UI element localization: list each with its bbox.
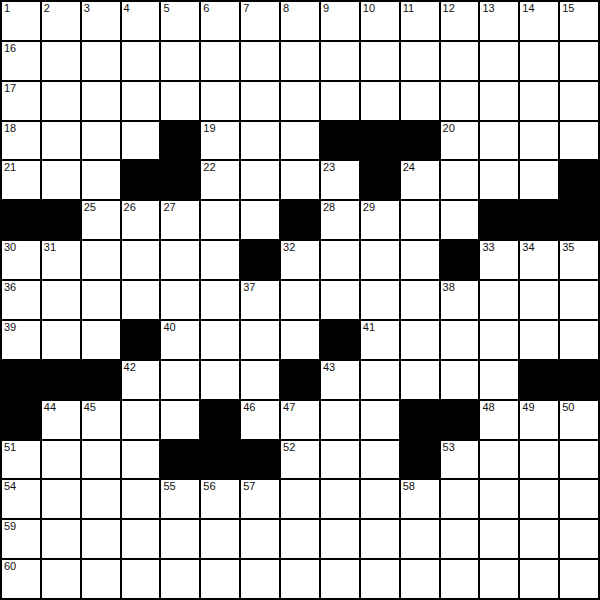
cell-r7c15[interactable]: 35 [560, 241, 598, 279]
cell-r3c3[interactable] [82, 82, 120, 120]
cell-r14c6[interactable] [201, 520, 239, 558]
cell-r12c3[interactable] [82, 441, 120, 479]
cell-r14c1[interactable]: 59 [2, 520, 40, 558]
clue-number: 22 [203, 161, 215, 174]
cell-r3c15[interactable] [560, 82, 598, 120]
cell-r5c3[interactable] [82, 161, 120, 199]
cell-r11c5[interactable] [161, 401, 199, 439]
clue-number: 4 [124, 2, 130, 15]
cell-r1c5[interactable]: 5 [161, 2, 199, 40]
block-cell-r12c5 [161, 441, 199, 479]
cell-r8c12[interactable]: 38 [441, 281, 479, 319]
clue-number: 60 [4, 560, 16, 573]
cell-r15c6[interactable] [201, 560, 239, 598]
clue-number: 26 [124, 201, 136, 214]
block-cell-r4c10 [361, 122, 399, 160]
cell-r12c9[interactable] [321, 441, 359, 479]
cell-r3c11[interactable] [401, 82, 439, 120]
cell-r8c4[interactable] [122, 281, 160, 319]
cell-r7c14[interactable]: 34 [520, 241, 558, 279]
clue-number: 8 [283, 2, 289, 15]
cell-r10c13[interactable] [480, 361, 518, 399]
cell-r1c9[interactable]: 9 [321, 2, 359, 40]
clue-number: 13 [482, 2, 494, 15]
clue-number: 5 [163, 2, 169, 15]
cell-r4c3[interactable] [82, 122, 120, 160]
cell-r9c10[interactable]: 41 [361, 321, 399, 359]
cell-r10c11[interactable] [401, 361, 439, 399]
cell-r3c4[interactable] [122, 82, 160, 120]
cell-r13c7[interactable]: 57 [241, 480, 279, 518]
cell-r3c14[interactable] [520, 82, 558, 120]
clue-number: 47 [283, 401, 295, 414]
cell-r5c11[interactable]: 24 [401, 161, 439, 199]
cell-r15c13[interactable] [480, 560, 518, 598]
cell-r7c4[interactable] [122, 241, 160, 279]
cell-r4c1[interactable]: 18 [2, 122, 40, 160]
cell-r4c8[interactable] [281, 122, 319, 160]
block-cell-r6c8 [281, 201, 319, 239]
block-cell-r4c5 [161, 122, 199, 160]
block-cell-r10c3 [82, 361, 120, 399]
block-cell-r5c10 [361, 161, 399, 199]
cell-r7c3[interactable] [82, 241, 120, 279]
clue-number: 17 [4, 82, 16, 95]
block-cell-r10c1 [2, 361, 40, 399]
cell-r2c2[interactable] [42, 42, 80, 80]
clue-number: 48 [482, 401, 494, 414]
cell-r8c1[interactable]: 36 [2, 281, 40, 319]
cell-r7c6[interactable] [201, 241, 239, 279]
clue-number: 35 [562, 241, 574, 254]
clue-number: 19 [203, 122, 215, 135]
block-cell-r5c5 [161, 161, 199, 199]
clue-number: 7 [243, 2, 249, 15]
cell-r2c1[interactable]: 16 [2, 42, 40, 80]
cell-r6c12[interactable] [441, 201, 479, 239]
clue-number: 54 [4, 480, 16, 493]
clue-number: 3 [84, 2, 90, 15]
block-cell-r6c13 [480, 201, 518, 239]
cell-r1c2[interactable]: 2 [42, 2, 80, 40]
cell-r3c7[interactable] [241, 82, 279, 120]
clue-number: 9 [323, 2, 329, 15]
cell-r13c9[interactable] [321, 480, 359, 518]
block-cell-r11c12 [441, 401, 479, 439]
cell-r15c10[interactable] [361, 560, 399, 598]
cell-r13c11[interactable]: 58 [401, 480, 439, 518]
clue-number: 44 [44, 401, 56, 414]
cell-r13c10[interactable] [361, 480, 399, 518]
cell-r6c4[interactable]: 26 [122, 201, 160, 239]
cell-r9c13[interactable] [480, 321, 518, 359]
clue-number: 58 [403, 480, 415, 493]
cell-r8c14[interactable] [520, 281, 558, 319]
cell-r15c4[interactable] [122, 560, 160, 598]
cell-r15c14[interactable] [520, 560, 558, 598]
block-cell-r11c1 [2, 401, 40, 439]
cell-r13c15[interactable] [560, 480, 598, 518]
cell-r11c14[interactable]: 49 [520, 401, 558, 439]
cell-r2c5[interactable] [161, 42, 199, 80]
clue-number: 57 [243, 480, 255, 493]
cell-r10c4[interactable]: 42 [122, 361, 160, 399]
cell-r1c15[interactable]: 15 [560, 2, 598, 40]
block-cell-r7c7 [241, 241, 279, 279]
clue-number: 1 [4, 2, 10, 15]
clue-number: 2 [44, 2, 50, 15]
cell-r15c5[interactable] [161, 560, 199, 598]
cell-r4c13[interactable] [480, 122, 518, 160]
cell-r6c11[interactable] [401, 201, 439, 239]
cell-r9c3[interactable] [82, 321, 120, 359]
cell-r2c15[interactable] [560, 42, 598, 80]
cell-r11c4[interactable] [122, 401, 160, 439]
block-cell-r7c12 [441, 241, 479, 279]
cell-r3c10[interactable] [361, 82, 399, 120]
cell-r12c1[interactable]: 51 [2, 441, 40, 479]
clue-number: 11 [403, 2, 414, 15]
cell-r9c2[interactable] [42, 321, 80, 359]
cell-r2c12[interactable] [441, 42, 479, 80]
cell-r2c8[interactable] [281, 42, 319, 80]
cell-r14c3[interactable] [82, 520, 120, 558]
cell-r14c11[interactable] [401, 520, 439, 558]
clue-number: 42 [124, 361, 136, 374]
cell-r1c6[interactable]: 6 [201, 2, 239, 40]
clue-number: 46 [243, 401, 255, 414]
cell-r11c3[interactable]: 45 [82, 401, 120, 439]
cell-r11c8[interactable]: 47 [281, 401, 319, 439]
cell-r1c7[interactable]: 7 [241, 2, 279, 40]
cell-r8c13[interactable] [480, 281, 518, 319]
cell-r2c6[interactable] [201, 42, 239, 80]
cell-r11c10[interactable] [361, 401, 399, 439]
cell-r5c9[interactable]: 23 [321, 161, 359, 199]
block-cell-r9c9 [321, 321, 359, 359]
cell-r4c2[interactable] [42, 122, 80, 160]
block-cell-r6c15 [560, 201, 598, 239]
clue-number: 14 [522, 2, 534, 15]
block-cell-r5c15 [560, 161, 598, 199]
block-cell-r10c2 [42, 361, 80, 399]
cell-r8c5[interactable] [161, 281, 199, 319]
cell-r14c2[interactable] [42, 520, 80, 558]
clue-number: 31 [44, 241, 56, 254]
block-cell-r6c2 [42, 201, 80, 239]
cell-r1c1[interactable]: 1 [2, 2, 40, 40]
clue-number: 49 [522, 401, 534, 414]
cell-r3c8[interactable] [281, 82, 319, 120]
cell-r14c12[interactable] [441, 520, 479, 558]
clue-number: 10 [363, 2, 375, 15]
cell-r12c14[interactable] [520, 441, 558, 479]
cell-r15c11[interactable] [401, 560, 439, 598]
cell-r13c2[interactable] [42, 480, 80, 518]
cell-r5c2[interactable] [42, 161, 80, 199]
cell-r8c9[interactable] [321, 281, 359, 319]
block-cell-r12c11 [401, 441, 439, 479]
cell-r4c7[interactable] [241, 122, 279, 160]
cell-r5c13[interactable] [480, 161, 518, 199]
cell-r5c8[interactable] [281, 161, 319, 199]
crossword-puzzle: 1234567891011121314151617181920212223242… [0, 0, 600, 600]
clue-number: 28 [323, 201, 335, 214]
cell-r1c11[interactable]: 11 [401, 2, 439, 40]
clue-number: 29 [363, 201, 375, 214]
cell-r1c3[interactable]: 3 [82, 2, 120, 40]
cell-r8c7[interactable]: 37 [241, 281, 279, 319]
cell-r13c5[interactable]: 55 [161, 480, 199, 518]
block-cell-r5c4 [122, 161, 160, 199]
cell-r8c11[interactable] [401, 281, 439, 319]
cell-r14c13[interactable] [480, 520, 518, 558]
cell-r3c2[interactable] [42, 82, 80, 120]
clue-number: 36 [4, 281, 16, 294]
cell-r7c2[interactable]: 31 [42, 241, 80, 279]
cell-r6c9[interactable]: 28 [321, 201, 359, 239]
cell-r13c14[interactable] [520, 480, 558, 518]
cell-r9c7[interactable] [241, 321, 279, 359]
cell-r12c12[interactable]: 53 [441, 441, 479, 479]
cell-r3c12[interactable] [441, 82, 479, 120]
cell-r2c4[interactable] [122, 42, 160, 80]
cell-r12c13[interactable] [480, 441, 518, 479]
clue-number: 41 [363, 321, 375, 334]
block-cell-r11c6 [201, 401, 239, 439]
cell-r14c9[interactable] [321, 520, 359, 558]
clue-number: 37 [243, 281, 255, 294]
cell-r10c12[interactable] [441, 361, 479, 399]
cell-r15c9[interactable] [321, 560, 359, 598]
clue-number: 25 [84, 201, 96, 214]
clue-number: 23 [323, 161, 335, 174]
cell-r12c2[interactable] [42, 441, 80, 479]
cell-r3c9[interactable] [321, 82, 359, 120]
cell-r14c8[interactable] [281, 520, 319, 558]
cell-r3c13[interactable] [480, 82, 518, 120]
block-cell-r10c14 [520, 361, 558, 399]
cell-r6c7[interactable] [241, 201, 279, 239]
clue-number: 18 [4, 122, 16, 135]
clue-number: 50 [562, 401, 574, 414]
clue-number: 53 [443, 441, 455, 454]
cell-r10c5[interactable] [161, 361, 199, 399]
cell-r8c8[interactable] [281, 281, 319, 319]
cell-r9c6[interactable] [201, 321, 239, 359]
cell-r7c1[interactable]: 30 [2, 241, 40, 279]
clue-number: 34 [522, 241, 534, 254]
cell-r7c11[interactable] [401, 241, 439, 279]
cell-r10c6[interactable] [201, 361, 239, 399]
cell-r7c9[interactable] [321, 241, 359, 279]
block-cell-r10c15 [560, 361, 598, 399]
cell-r14c15[interactable] [560, 520, 598, 558]
cell-r15c2[interactable] [42, 560, 80, 598]
cell-r9c5[interactable]: 40 [161, 321, 199, 359]
cell-r4c6[interactable]: 19 [201, 122, 239, 160]
cell-r4c12[interactable]: 20 [441, 122, 479, 160]
cell-r1c8[interactable]: 8 [281, 2, 319, 40]
clue-number: 33 [482, 241, 494, 254]
cell-r15c12[interactable] [441, 560, 479, 598]
cell-r15c1[interactable]: 60 [2, 560, 40, 598]
cell-r12c10[interactable] [361, 441, 399, 479]
cell-r1c4[interactable]: 4 [122, 2, 160, 40]
clue-number: 40 [163, 321, 175, 334]
cell-r8c6[interactable] [201, 281, 239, 319]
cell-r6c6[interactable] [201, 201, 239, 239]
cell-r3c5[interactable] [161, 82, 199, 120]
clue-number: 32 [283, 241, 295, 254]
block-cell-r12c6 [201, 441, 239, 479]
block-cell-r12c7 [241, 441, 279, 479]
cell-r15c15[interactable] [560, 560, 598, 598]
block-cell-r11c11 [401, 401, 439, 439]
cell-r15c7[interactable] [241, 560, 279, 598]
clue-number: 16 [4, 42, 16, 55]
cell-r10c7[interactable] [241, 361, 279, 399]
clue-number: 52 [283, 441, 295, 454]
cell-r9c15[interactable] [560, 321, 598, 359]
cell-r10c10[interactable] [361, 361, 399, 399]
cell-r2c13[interactable] [480, 42, 518, 80]
cell-r6c5[interactable]: 27 [161, 201, 199, 239]
clue-number: 30 [4, 241, 16, 254]
cell-r9c1[interactable]: 39 [2, 321, 40, 359]
cell-r4c4[interactable] [122, 122, 160, 160]
cell-r2c14[interactable] [520, 42, 558, 80]
cell-r2c10[interactable] [361, 42, 399, 80]
crossword-board: 1234567891011121314151617181920212223242… [0, 0, 600, 600]
cell-r13c13[interactable] [480, 480, 518, 518]
cell-r5c14[interactable] [520, 161, 558, 199]
cell-r2c9[interactable] [321, 42, 359, 80]
cell-r7c8[interactable]: 32 [281, 241, 319, 279]
cell-r13c3[interactable] [82, 480, 120, 518]
clue-number: 38 [443, 281, 455, 294]
cell-r1c10[interactable]: 10 [361, 2, 399, 40]
cell-r10c9[interactable]: 43 [321, 361, 359, 399]
cell-r12c4[interactable] [122, 441, 160, 479]
cell-r14c4[interactable] [122, 520, 160, 558]
cell-r7c10[interactable] [361, 241, 399, 279]
cell-r2c3[interactable] [82, 42, 120, 80]
clue-number: 27 [163, 201, 175, 214]
block-cell-r9c4 [122, 321, 160, 359]
cell-r2c11[interactable] [401, 42, 439, 80]
cell-r3c6[interactable] [201, 82, 239, 120]
cell-r8c10[interactable] [361, 281, 399, 319]
clue-number: 39 [4, 321, 16, 334]
block-cell-r4c9 [321, 122, 359, 160]
cell-r8c3[interactable] [82, 281, 120, 319]
cell-r13c8[interactable] [281, 480, 319, 518]
block-cell-r6c14 [520, 201, 558, 239]
cell-r6c3[interactable]: 25 [82, 201, 120, 239]
cell-r8c2[interactable] [42, 281, 80, 319]
clue-number: 45 [84, 401, 96, 414]
clue-number: 59 [4, 520, 16, 533]
cell-r12c15[interactable] [560, 441, 598, 479]
cell-r11c7[interactable]: 46 [241, 401, 279, 439]
cell-r5c7[interactable] [241, 161, 279, 199]
cell-r5c6[interactable]: 22 [201, 161, 239, 199]
cell-r13c1[interactable]: 54 [2, 480, 40, 518]
cell-r9c12[interactable] [441, 321, 479, 359]
cell-r9c8[interactable] [281, 321, 319, 359]
cell-r14c10[interactable] [361, 520, 399, 558]
cell-r13c6[interactable]: 56 [201, 480, 239, 518]
cell-r1c14[interactable]: 14 [520, 2, 558, 40]
cell-r13c4[interactable] [122, 480, 160, 518]
cell-r3c1[interactable]: 17 [2, 82, 40, 120]
cell-r9c14[interactable] [520, 321, 558, 359]
cell-r14c5[interactable] [161, 520, 199, 558]
cell-r13c12[interactable] [441, 480, 479, 518]
cell-r11c9[interactable] [321, 401, 359, 439]
clue-number: 24 [403, 161, 415, 174]
cell-r1c13[interactable]: 13 [480, 2, 518, 40]
block-cell-r6c1 [2, 201, 40, 239]
cell-r15c8[interactable] [281, 560, 319, 598]
cell-r14c14[interactable] [520, 520, 558, 558]
cell-r14c7[interactable] [241, 520, 279, 558]
block-cell-r4c11 [401, 122, 439, 160]
clue-number: 6 [203, 2, 209, 15]
cell-r6c10[interactable]: 29 [361, 201, 399, 239]
cell-r2c7[interactable] [241, 42, 279, 80]
clue-number: 43 [323, 361, 335, 374]
cell-r5c1[interactable]: 21 [2, 161, 40, 199]
clue-number: 51 [4, 441, 16, 454]
cell-r4c14[interactable] [520, 122, 558, 160]
cell-r8c15[interactable] [560, 281, 598, 319]
clue-number: 56 [203, 480, 215, 493]
cell-r15c3[interactable] [82, 560, 120, 598]
cell-r5c12[interactable] [441, 161, 479, 199]
clue-number: 20 [443, 122, 455, 135]
cell-r4c15[interactable] [560, 122, 598, 160]
clue-number: 21 [4, 161, 16, 174]
cell-r7c5[interactable] [161, 241, 199, 279]
cell-r11c13[interactable]: 48 [480, 401, 518, 439]
cell-r12c8[interactable]: 52 [281, 441, 319, 479]
cell-r11c15[interactable]: 50 [560, 401, 598, 439]
clue-number: 55 [163, 480, 175, 493]
block-cell-r10c8 [281, 361, 319, 399]
cell-r9c11[interactable] [401, 321, 439, 359]
cell-r11c2[interactable]: 44 [42, 401, 80, 439]
clue-number: 12 [443, 2, 455, 15]
clue-number: 15 [562, 2, 574, 15]
cell-r7c13[interactable]: 33 [480, 241, 518, 279]
cell-r1c12[interactable]: 12 [441, 2, 479, 40]
